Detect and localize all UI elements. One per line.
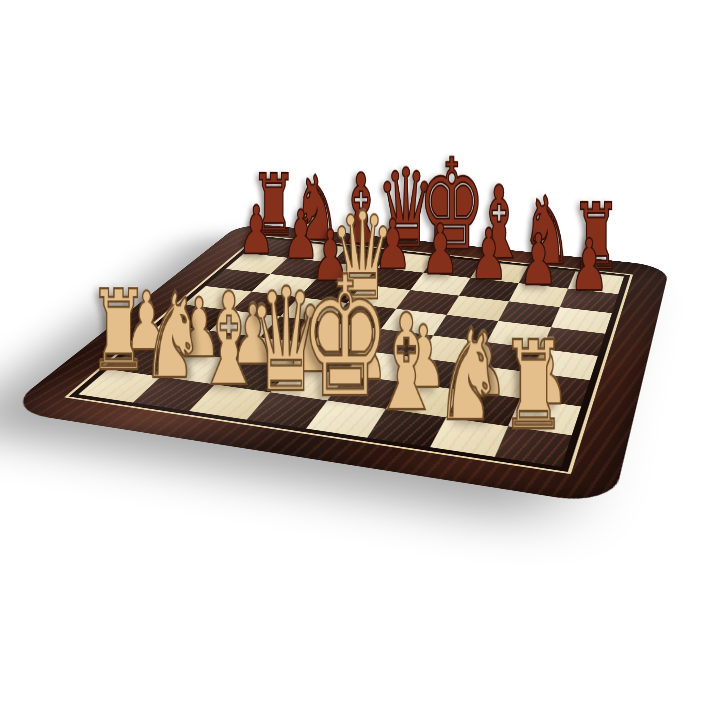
product-photo-stage: ♜♞♝♛♚♝♞♜♟♟♟♟♟♟♟♟♛♟♟♟♟♟♟♟♟♜♞♝♛♚♝♞♜ (0, 0, 720, 720)
chess-board-scene: ♜♞♝♛♚♝♞♜♟♟♟♟♟♟♟♟♛♟♟♟♟♟♟♟♟♜♞♝♛♚♝♞♜ (78, 238, 624, 467)
